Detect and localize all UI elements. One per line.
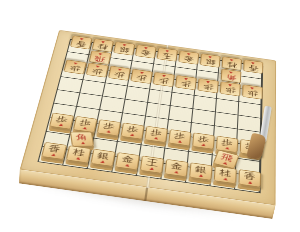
piece-kanji: 歩 [150, 128, 162, 137]
piece-kanji: 金 [170, 161, 183, 170]
movement-arrow-mark [225, 146, 229, 149]
movement-arrow-mark [130, 133, 135, 136]
movement-arrow-mark [198, 174, 203, 177]
movement-arrow-mark [82, 126, 87, 129]
movement-arrow-mark [149, 167, 154, 170]
front-edge-seam [144, 187, 148, 201]
movement-arrow-mark [201, 143, 205, 146]
piece-gold-sente[interactable]: 金 [164, 159, 188, 177]
piece-knight-sente[interactable]: 桂 [66, 145, 92, 163]
piece-silver-sente[interactable]: 銀 [90, 148, 115, 166]
piece-lance-sente[interactable]: 香 [41, 142, 67, 160]
piece-kanji: 飛 [220, 153, 234, 163]
piece-kanji: 王 [146, 158, 159, 167]
shogi-board: 香桂銀金玉金銀桂香飛角歩歩歩歩歩歩歩歩歩歩歩歩歩歩歩歩歩歩角飛香桂銀金王金銀桂香 [20, 30, 276, 205]
piece-kanji: 歩 [221, 138, 233, 147]
piece-kanji: 香 [48, 144, 62, 153]
piece-kanji: 桂 [72, 148, 85, 157]
movement-arrow-mark [75, 156, 80, 159]
piece-bishop-sente[interactable]: 角 [70, 131, 94, 146]
piece-kanji: 歩 [103, 122, 116, 130]
piece-king-sente[interactable]: 王 [140, 155, 164, 173]
piece-kanji: 桂 [219, 168, 231, 177]
movement-arrow-mark [248, 180, 252, 183]
piece-kanji: 歩 [198, 135, 210, 144]
movement-arrow-mark [100, 160, 105, 163]
piece-kanji: 歩 [56, 115, 69, 123]
piece-knight-sente[interactable]: 桂 [214, 165, 237, 183]
piece-pawn-sente[interactable]: 歩 [144, 126, 168, 143]
movement-arrow-mark [177, 140, 181, 143]
movement-arrow-mark [222, 161, 227, 165]
piece-kanji: 歩 [127, 125, 139, 134]
piece-pawn-sente[interactable]: 歩 [121, 122, 145, 139]
piece-pawn-sente[interactable]: 歩 [192, 132, 215, 149]
movement-arrow-mark [174, 170, 179, 173]
shogi-board-scene: 香桂銀金玉金銀桂香飛角歩歩歩歩歩歩歩歩歩歩歩歩歩歩歩歩歩歩角飛香桂銀金王金銀桂香 [40, 0, 277, 229]
piece-pawn-sente[interactable]: 歩 [73, 116, 98, 133]
movement-arrow-mark [106, 130, 111, 133]
piece-pawn-sente[interactable]: 歩 [97, 119, 121, 136]
piece-pawn-sente[interactable]: 歩 [49, 112, 74, 129]
piece-lance-sente[interactable]: 香 [238, 169, 261, 187]
piece-kanji: 金 [121, 155, 134, 164]
piece-kanji: 歩 [79, 118, 92, 126]
piece-kanji: 銀 [97, 151, 110, 160]
piece-gold-sente[interactable]: 金 [115, 152, 140, 170]
piece-pawn-sente[interactable]: 歩 [168, 129, 191, 146]
movement-arrow-mark [125, 163, 130, 166]
product-photo-canvas: 香桂銀金玉金銀桂香飛角歩歩歩歩歩歩歩歩歩歩歩歩歩歩歩歩歩歩角飛香桂銀金王金銀桂香 [0, 0, 300, 232]
piece-kanji: 銀 [195, 165, 207, 174]
piece-kanji: 歩 [174, 131, 186, 140]
movement-arrow-mark [51, 153, 56, 156]
piece-kanji: 香 [244, 172, 256, 181]
movement-arrow-mark [223, 177, 227, 180]
piece-kanji: 角 [76, 133, 89, 140]
movement-arrow-mark [58, 123, 63, 126]
movement-arrow-mark [80, 141, 85, 144]
movement-arrow-mark [153, 136, 157, 139]
piece-silver-sente[interactable]: 銀 [189, 162, 213, 180]
